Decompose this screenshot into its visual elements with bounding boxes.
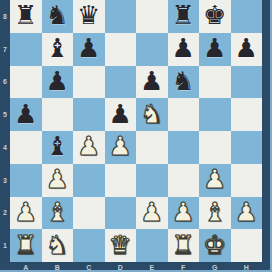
frame-right-gutter: [262, 66, 272, 99]
file-label-h: H: [231, 262, 263, 272]
square-a6[interactable]: [10, 66, 42, 99]
black-bishop[interactable]: ♝: [46, 133, 69, 159]
square-d8[interactable]: [105, 0, 137, 33]
black-pawn[interactable]: ♟: [14, 101, 37, 127]
square-a7[interactable]: [10, 33, 42, 66]
file-label-b: B: [42, 262, 74, 272]
square-f6[interactable]: ♞: [168, 66, 200, 99]
square-e7[interactable]: [136, 33, 168, 66]
square-f8[interactable]: ♜: [168, 0, 200, 33]
white-knight[interactable]: ♞: [140, 101, 163, 127]
square-h3[interactable]: [231, 164, 263, 197]
rank-label-1: 1: [0, 229, 10, 262]
square-d1[interactable]: ♛: [105, 229, 137, 262]
square-c7[interactable]: ♟: [73, 33, 105, 66]
black-rook[interactable]: ♜: [14, 2, 37, 28]
square-b6[interactable]: ♟: [42, 66, 74, 99]
square-d2[interactable]: [105, 197, 137, 230]
square-e2[interactable]: ♟: [136, 197, 168, 230]
square-g4[interactable]: [199, 131, 231, 164]
square-f7[interactable]: ♟: [168, 33, 200, 66]
square-g3[interactable]: ♟: [199, 164, 231, 197]
file-label-f: F: [168, 262, 200, 272]
square-e3[interactable]: [136, 164, 168, 197]
rank-label-5: 5: [0, 98, 10, 131]
square-e4[interactable]: [136, 131, 168, 164]
square-g5[interactable]: [199, 98, 231, 131]
white-pawn[interactable]: ♟: [203, 166, 226, 192]
white-pawn[interactable]: ♟: [46, 166, 69, 192]
square-g1[interactable]: ♚: [199, 229, 231, 262]
square-a8[interactable]: ♜: [10, 0, 42, 33]
square-h7[interactable]: ♟: [231, 33, 263, 66]
white-pawn[interactable]: ♟: [109, 133, 132, 159]
rank-label-8: 8: [0, 0, 10, 33]
square-c4[interactable]: ♟: [73, 131, 105, 164]
file-label-c: C: [73, 262, 105, 272]
black-knight[interactable]: ♞: [46, 2, 69, 28]
square-b7[interactable]: ♝: [42, 33, 74, 66]
square-f2[interactable]: ♟: [168, 197, 200, 230]
white-pawn[interactable]: ♟: [235, 199, 258, 225]
black-pawn[interactable]: ♟: [172, 35, 195, 61]
file-label-e: E: [136, 262, 168, 272]
rank-label-2: 2: [0, 197, 10, 230]
square-c2[interactable]: [73, 197, 105, 230]
frame-right-gutter: [262, 229, 272, 262]
square-h6[interactable]: [231, 66, 263, 99]
black-pawn[interactable]: ♟: [77, 35, 100, 61]
black-pawn[interactable]: ♟: [46, 68, 69, 94]
square-a1[interactable]: ♜: [10, 229, 42, 262]
white-pawn[interactable]: ♟: [77, 133, 100, 159]
frame-right-gutter: [262, 98, 272, 131]
square-b2[interactable]: ♝: [42, 197, 74, 230]
white-pawn[interactable]: ♟: [140, 199, 163, 225]
white-bishop[interactable]: ♝: [203, 199, 226, 225]
square-h5[interactable]: [231, 98, 263, 131]
black-pawn[interactable]: ♟: [235, 35, 258, 61]
black-pawn[interactable]: ♟: [109, 101, 132, 127]
square-e5[interactable]: ♞: [136, 98, 168, 131]
square-c8[interactable]: ♛: [73, 0, 105, 33]
white-queen[interactable]: ♛: [109, 232, 132, 258]
square-h4[interactable]: [231, 131, 263, 164]
frame-right-gutter: [262, 0, 272, 33]
square-e1[interactable]: [136, 229, 168, 262]
file-label-g: G: [199, 262, 231, 272]
square-b5[interactable]: [42, 98, 74, 131]
rank-label-4: 4: [0, 131, 10, 164]
black-bishop[interactable]: ♝: [46, 35, 69, 61]
frame-right-gutter: [262, 197, 272, 230]
square-f1[interactable]: ♜: [168, 229, 200, 262]
white-king[interactable]: ♚: [203, 232, 226, 258]
square-b3[interactable]: ♟: [42, 164, 74, 197]
square-e6[interactable]: ♟: [136, 66, 168, 99]
square-d3[interactable]: [105, 164, 137, 197]
black-pawn[interactable]: ♟: [203, 35, 226, 61]
frame-bottom-left-corner: [0, 262, 10, 272]
square-b4[interactable]: ♝: [42, 131, 74, 164]
white-bishop[interactable]: ♝: [46, 199, 69, 225]
square-d6[interactable]: [105, 66, 137, 99]
square-h8[interactable]: [231, 0, 263, 33]
file-label-d: D: [105, 262, 137, 272]
frame-bottom-right-corner: [262, 262, 272, 272]
square-d5[interactable]: ♟: [105, 98, 137, 131]
square-f4[interactable]: [168, 131, 200, 164]
square-c1[interactable]: [73, 229, 105, 262]
rank-label-6: 6: [0, 66, 10, 99]
square-g8[interactable]: ♚: [199, 0, 231, 33]
square-d4[interactable]: ♟: [105, 131, 137, 164]
white-pawn[interactable]: ♟: [172, 199, 195, 225]
square-a3[interactable]: [10, 164, 42, 197]
black-knight[interactable]: ♞: [172, 68, 195, 94]
black-queen[interactable]: ♛: [77, 2, 100, 28]
black-rook[interactable]: ♜: [172, 2, 195, 28]
frame-right-gutter: [262, 33, 272, 66]
square-e8[interactable]: [136, 0, 168, 33]
chess-board-frame: 8♜♞♛♜♚7♝♟♟♟♟6♟♟♞5♟♟♞4♝♟♟3♟♟2♟♝♟♟♝♟1♜♞♛♜♚…: [0, 0, 272, 272]
square-h2[interactable]: ♟: [231, 197, 263, 230]
rank-label-3: 3: [0, 164, 10, 197]
square-a4[interactable]: [10, 131, 42, 164]
square-f3[interactable]: [168, 164, 200, 197]
white-knight[interactable]: ♞: [46, 232, 69, 258]
square-b8[interactable]: ♞: [42, 0, 74, 33]
white-rook[interactable]: ♜: [172, 232, 195, 258]
black-king[interactable]: ♚: [203, 2, 226, 28]
square-c3[interactable]: [73, 164, 105, 197]
square-d7[interactable]: [105, 33, 137, 66]
frame-right-gutter: [262, 164, 272, 197]
square-g7[interactable]: ♟: [199, 33, 231, 66]
square-c5[interactable]: [73, 98, 105, 131]
square-g2[interactable]: ♝: [199, 197, 231, 230]
file-label-a: A: [10, 262, 42, 272]
square-b1[interactable]: ♞: [42, 229, 74, 262]
rank-label-7: 7: [0, 33, 10, 66]
square-a2[interactable]: ♟: [10, 197, 42, 230]
chess-board: 8♜♞♛♜♚7♝♟♟♟♟6♟♟♞5♟♟♞4♝♟♟3♟♟2♟♝♟♟♝♟1♜♞♛♜♚…: [0, 0, 272, 272]
square-h1[interactable]: [231, 229, 263, 262]
black-pawn[interactable]: ♟: [140, 68, 163, 94]
square-g6[interactable]: [199, 66, 231, 99]
white-rook[interactable]: ♜: [14, 232, 37, 258]
white-pawn[interactable]: ♟: [14, 199, 37, 225]
square-f5[interactable]: [168, 98, 200, 131]
square-a5[interactable]: ♟: [10, 98, 42, 131]
square-c6[interactable]: [73, 66, 105, 99]
frame-right-gutter: [262, 131, 272, 164]
